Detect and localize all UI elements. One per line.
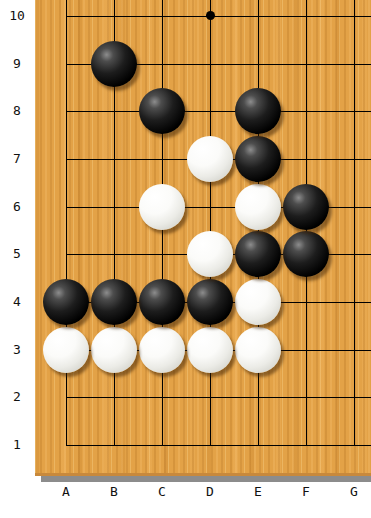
stone-white-B3[interactable] <box>91 327 137 373</box>
stone-white-C3[interactable] <box>139 327 185 373</box>
col-label-C: C <box>147 484 177 500</box>
grid-hline-10 <box>66 16 371 17</box>
row-label-5: 5 <box>0 246 34 262</box>
stone-white-C6[interactable] <box>139 184 185 230</box>
stone-white-D3[interactable] <box>187 327 233 373</box>
row-labels: 10987654321 <box>0 0 34 476</box>
col-label-E: E <box>243 484 273 500</box>
row-label-6: 6 <box>0 199 34 215</box>
go-board[interactable] <box>35 0 371 476</box>
stone-black-C4[interactable] <box>139 279 185 325</box>
row-label-8: 8 <box>0 103 34 119</box>
stone-black-A4[interactable] <box>43 279 89 325</box>
stone-black-B4[interactable] <box>91 279 137 325</box>
stone-black-F6[interactable] <box>283 184 329 230</box>
row-label-1: 1 <box>0 437 34 453</box>
stone-white-E6[interactable] <box>235 184 281 230</box>
stone-white-A3[interactable] <box>43 327 89 373</box>
row-label-3: 3 <box>0 342 34 358</box>
row-label-4: 4 <box>0 294 34 310</box>
grid-hline-1 <box>66 445 371 446</box>
column-labels: ABCDEFG <box>0 484 371 500</box>
row-label-7: 7 <box>0 151 34 167</box>
stone-white-D7[interactable] <box>187 136 233 182</box>
board-bottom-shadow <box>41 476 371 482</box>
stone-black-D4[interactable] <box>187 279 233 325</box>
col-label-D: D <box>195 484 225 500</box>
goban-screenshot: 10987654321 ABCDEFG <box>0 0 371 518</box>
row-label-10: 10 <box>0 8 34 24</box>
col-label-F: F <box>291 484 321 500</box>
stone-white-E3[interactable] <box>235 327 281 373</box>
col-label-A: A <box>51 484 81 500</box>
grid-vline-G <box>354 0 355 446</box>
grid-hline-8 <box>66 111 371 112</box>
stone-white-D5[interactable] <box>187 231 233 277</box>
row-label-9: 9 <box>0 56 34 72</box>
col-label-G: G <box>339 484 369 500</box>
stone-black-E5[interactable] <box>235 231 281 277</box>
stone-black-E8[interactable] <box>235 88 281 134</box>
stone-black-B9[interactable] <box>91 41 137 87</box>
row-label-2: 2 <box>0 389 34 405</box>
grid-vline-D <box>210 0 211 446</box>
stone-white-E4[interactable] <box>235 279 281 325</box>
star-point-D10 <box>206 11 215 20</box>
grid-vline-A <box>66 0 67 446</box>
stone-black-C8[interactable] <box>139 88 185 134</box>
grid-hline-2 <box>66 397 371 398</box>
stone-black-E7[interactable] <box>235 136 281 182</box>
col-label-B: B <box>99 484 129 500</box>
stone-black-F5[interactable] <box>283 231 329 277</box>
